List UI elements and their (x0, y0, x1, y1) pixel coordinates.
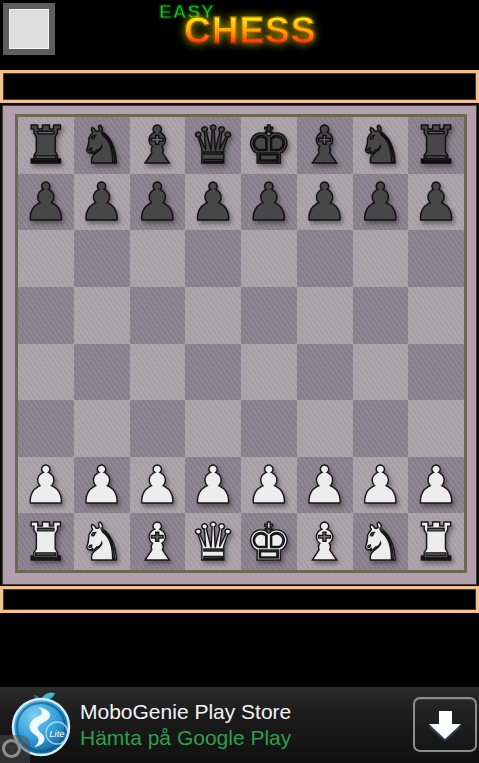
ad-info-icon[interactable] (0, 735, 30, 763)
square-a1[interactable]: ♜ (18, 513, 74, 570)
status-panel-bottom (0, 586, 479, 613)
square-f8[interactable]: ♝ (297, 117, 353, 174)
piece-white-pawn[interactable]: ♟ (297, 457, 353, 514)
square-d6[interactable] (185, 230, 241, 287)
square-f2[interactable]: ♟ (297, 457, 353, 514)
square-h7[interactable]: ♟ (408, 174, 464, 231)
square-h8[interactable]: ♜ (408, 117, 464, 174)
square-b2[interactable]: ♟ (74, 457, 130, 514)
square-g7[interactable]: ♟ (353, 174, 409, 231)
square-c4[interactable] (130, 344, 186, 401)
square-b7[interactable]: ♟ (74, 174, 130, 231)
piece-black-queen[interactable]: ♛ (185, 117, 241, 174)
piece-black-pawn[interactable]: ♟ (185, 174, 241, 231)
square-a5[interactable] (18, 287, 74, 344)
board-grid: ♜♞♝♛♚♝♞♜♟♟♟♟♟♟♟♟♟♟♟♟♟♟♟♟♜♞♝♛♚♝♞♜ (18, 117, 464, 570)
download-button[interactable] (413, 697, 477, 752)
app-title-chess: CHESS (184, 10, 316, 52)
piece-black-bishop[interactable]: ♝ (297, 117, 353, 174)
square-e3[interactable] (241, 400, 297, 457)
piece-white-king[interactable]: ♚ (241, 513, 297, 570)
square-h2[interactable]: ♟ (408, 457, 464, 514)
square-a4[interactable] (18, 344, 74, 401)
piece-white-pawn[interactable]: ♟ (353, 457, 409, 514)
square-g1[interactable]: ♞ (353, 513, 409, 570)
square-f1[interactable]: ♝ (297, 513, 353, 570)
chess-board: ♜♞♝♛♚♝♞♜♟♟♟♟♟♟♟♟♟♟♟♟♟♟♟♟♜♞♝♛♚♝♞♜ (0, 103, 479, 587)
piece-white-pawn[interactable]: ♟ (18, 457, 74, 514)
square-f7[interactable]: ♟ (297, 174, 353, 231)
square-e4[interactable] (241, 344, 297, 401)
square-d4[interactable] (185, 344, 241, 401)
piece-white-bishop[interactable]: ♝ (130, 513, 186, 570)
square-g5[interactable] (353, 287, 409, 344)
square-e6[interactable] (241, 230, 297, 287)
piece-white-knight[interactable]: ♞ (353, 513, 409, 570)
square-c6[interactable] (130, 230, 186, 287)
square-g6[interactable] (353, 230, 409, 287)
piece-black-pawn[interactable]: ♟ (74, 174, 130, 231)
piece-black-bishop[interactable]: ♝ (130, 117, 186, 174)
download-arrow-icon (439, 711, 452, 724)
square-h5[interactable] (408, 287, 464, 344)
square-e8[interactable]: ♚ (241, 117, 297, 174)
square-g8[interactable]: ♞ (353, 117, 409, 174)
square-d8[interactable]: ♛ (185, 117, 241, 174)
square-c7[interactable]: ♟ (130, 174, 186, 231)
square-a8[interactable]: ♜ (18, 117, 74, 174)
square-b3[interactable] (74, 400, 130, 457)
piece-black-pawn[interactable]: ♟ (408, 174, 464, 231)
square-a7[interactable]: ♟ (18, 174, 74, 231)
piece-black-pawn[interactable]: ♟ (18, 174, 74, 231)
square-b8[interactable]: ♞ (74, 117, 130, 174)
square-a2[interactable]: ♟ (18, 457, 74, 514)
piece-white-pawn[interactable]: ♟ (408, 457, 464, 514)
square-e7[interactable]: ♟ (241, 174, 297, 231)
ad-banner[interactable]: Lite MoboGenie Play Store Hämta på Googl… (0, 687, 479, 763)
square-h1[interactable]: ♜ (408, 513, 464, 570)
square-c5[interactable] (130, 287, 186, 344)
piece-black-knight[interactable]: ♞ (74, 117, 130, 174)
piece-black-rook[interactable]: ♜ (408, 117, 464, 174)
square-c8[interactable]: ♝ (130, 117, 186, 174)
piece-white-knight[interactable]: ♞ (74, 513, 130, 570)
square-b1[interactable]: ♞ (74, 513, 130, 570)
piece-white-queen[interactable]: ♛ (185, 513, 241, 570)
logo-lite-badge: Lite (49, 728, 64, 739)
square-g3[interactable] (353, 400, 409, 457)
piece-black-pawn[interactable]: ♟ (297, 174, 353, 231)
square-a3[interactable] (18, 400, 74, 457)
square-e2[interactable]: ♟ (241, 457, 297, 514)
status-panel-top (0, 70, 479, 103)
square-d2[interactable]: ♟ (185, 457, 241, 514)
square-g2[interactable]: ♟ (353, 457, 409, 514)
square-c1[interactable]: ♝ (130, 513, 186, 570)
piece-white-bishop[interactable]: ♝ (297, 513, 353, 570)
piece-white-pawn[interactable]: ♟ (241, 457, 297, 514)
square-h6[interactable] (408, 230, 464, 287)
piece-white-pawn[interactable]: ♟ (185, 457, 241, 514)
square-c3[interactable] (130, 400, 186, 457)
piece-black-king[interactable]: ♚ (241, 117, 297, 174)
ad-subtitle[interactable]: Hämta på Google Play (80, 726, 291, 750)
piece-white-rook[interactable]: ♜ (18, 513, 74, 570)
piece-white-rook[interactable]: ♜ (408, 513, 464, 570)
square-b6[interactable] (74, 230, 130, 287)
square-f3[interactable] (297, 400, 353, 457)
ad-app-name[interactable]: MoboGenie Play Store (80, 700, 291, 724)
easy-chess-app-screen: EASY CHESS ♜♞♝♛♚♝♞♜♟♟♟♟♟♟♟♟♟♟♟♟♟♟♟♟♜♞♝♛♚… (0, 0, 479, 763)
square-f4[interactable] (297, 344, 353, 401)
square-b4[interactable] (74, 344, 130, 401)
square-h3[interactable] (408, 400, 464, 457)
piece-white-pawn[interactable]: ♟ (130, 457, 186, 514)
square-d7[interactable]: ♟ (185, 174, 241, 231)
piece-black-pawn[interactable]: ♟ (130, 174, 186, 231)
piece-black-pawn[interactable]: ♟ (241, 174, 297, 231)
piece-white-pawn[interactable]: ♟ (74, 457, 130, 514)
app-logo: EASY CHESS (0, 0, 479, 60)
square-e1[interactable]: ♚ (241, 513, 297, 570)
piece-black-knight[interactable]: ♞ (353, 117, 409, 174)
square-b5[interactable] (74, 287, 130, 344)
square-d3[interactable] (185, 400, 241, 457)
square-a6[interactable] (18, 230, 74, 287)
piece-black-rook[interactable]: ♜ (18, 117, 74, 174)
square-f6[interactable] (297, 230, 353, 287)
square-g4[interactable] (353, 344, 409, 401)
square-d1[interactable]: ♛ (185, 513, 241, 570)
square-e5[interactable] (241, 287, 297, 344)
square-c2[interactable]: ♟ (130, 457, 186, 514)
square-d5[interactable] (185, 287, 241, 344)
piece-black-pawn[interactable]: ♟ (353, 174, 409, 231)
square-h4[interactable] (408, 344, 464, 401)
square-f5[interactable] (297, 287, 353, 344)
